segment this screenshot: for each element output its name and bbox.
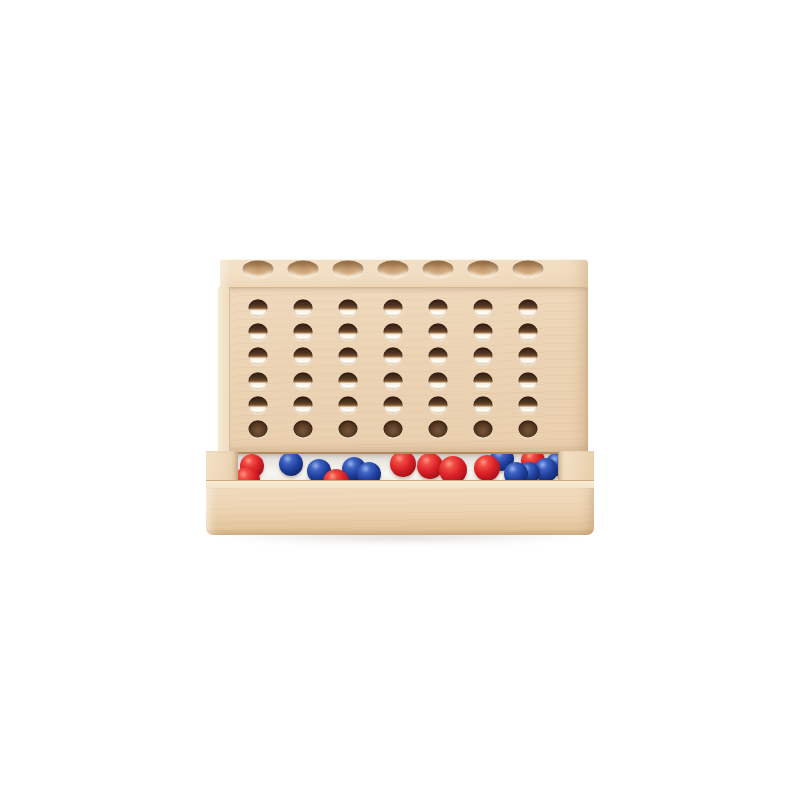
peep-hole-c1-r5	[249, 397, 268, 414]
peep-hole-c6-r6	[474, 421, 493, 438]
peep-hole-c1-r6	[249, 421, 268, 438]
drop-slot-col-1[interactable]	[243, 261, 274, 278]
peep-hole-c3-r1	[339, 300, 358, 317]
peep-hole-c7-r6	[519, 421, 538, 438]
peep-hole-c3-r2	[339, 324, 358, 341]
blue-ball[interactable]	[279, 452, 303, 476]
peep-hole-c1-r4	[249, 373, 268, 390]
board-top-face	[220, 259, 588, 288]
peep-hole-c4-r2	[384, 324, 403, 341]
peep-hole-c7-r2	[519, 324, 538, 341]
peep-hole-c7-r1	[519, 300, 538, 317]
peep-hole-c2-r6	[294, 421, 313, 438]
peep-hole-c5-r1	[429, 300, 448, 317]
tray-front-face	[206, 488, 594, 535]
peep-hole-c3-r3	[339, 348, 358, 365]
peep-hole-c4-r1	[384, 300, 403, 317]
drop-slot-col-5[interactable]	[423, 261, 454, 278]
drop-slot-col-3[interactable]	[333, 261, 364, 278]
peep-hole-c2-r5	[294, 397, 313, 414]
board	[218, 259, 588, 451]
peep-hole-c1-r2	[249, 324, 268, 341]
peep-hole-c3-r5	[339, 397, 358, 414]
peep-hole-c6-r3	[474, 348, 493, 365]
board-front-face	[218, 287, 588, 454]
peep-hole-c7-r4	[519, 373, 538, 390]
peep-hole-c5-r5	[429, 397, 448, 414]
peep-hole-c3-r4	[339, 373, 358, 390]
peep-hole-c6-r5	[474, 397, 493, 414]
drop-slot-col-4[interactable]	[378, 261, 409, 278]
peep-hole-c2-r3	[294, 348, 313, 365]
peep-hole-c2-r4	[294, 373, 313, 390]
peep-hole-c6-r1	[474, 300, 493, 317]
peep-hole-c2-r2	[294, 324, 313, 341]
peep-hole-c2-r1	[294, 300, 313, 317]
peep-hole-c6-r2	[474, 324, 493, 341]
board-left-edge	[218, 287, 230, 451]
peep-hole-c4-r5	[384, 397, 403, 414]
peep-hole-c5-r2	[429, 324, 448, 341]
peep-hole-c4-r3	[384, 348, 403, 365]
peep-hole-c3-r6	[339, 421, 358, 438]
peep-hole-c5-r4	[429, 373, 448, 390]
peep-hole-c5-r3	[429, 348, 448, 365]
peep-hole-c1-r1	[249, 300, 268, 317]
peep-hole-c6-r4	[474, 373, 493, 390]
red-ball[interactable]	[474, 455, 500, 481]
peep-hole-c4-r6	[384, 421, 403, 438]
tray	[206, 451, 594, 535]
drop-slot-col-6[interactable]	[468, 261, 499, 278]
peep-hole-c1-r3	[249, 348, 268, 365]
peep-hole-c7-r5	[519, 397, 538, 414]
peep-hole-c7-r3	[519, 348, 538, 365]
drop-slot-col-7[interactable]	[513, 261, 544, 278]
peep-hole-c5-r6	[429, 421, 448, 438]
drop-slot-col-2[interactable]	[288, 261, 319, 278]
red-ball[interactable]	[390, 451, 416, 477]
scene	[0, 0, 800, 800]
peep-hole-c4-r4	[384, 373, 403, 390]
